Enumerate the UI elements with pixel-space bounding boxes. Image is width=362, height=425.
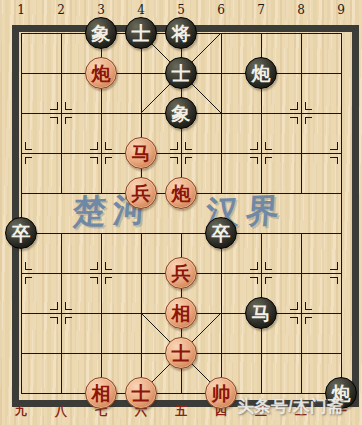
piece-black-elephant[interactable]: 象 <box>85 17 117 49</box>
watermark: 头条号/木门斋 <box>237 395 344 418</box>
piece-red-soldier[interactable]: 兵 <box>165 257 197 289</box>
piece-red-elephant[interactable]: 相 <box>85 377 117 409</box>
piece-red-cannon[interactable]: 炮 <box>85 57 117 89</box>
piece-black-soldier[interactable]: 卒 <box>205 217 237 249</box>
pieces-layer: 象士将炮士炮象马兵炮卒卒兵相马士相士帅炮 <box>1 13 361 413</box>
piece-black-elephant[interactable]: 象 <box>165 97 197 129</box>
piece-red-advisor[interactable]: 士 <box>125 377 157 409</box>
piece-black-advisor[interactable]: 士 <box>125 17 157 49</box>
piece-black-general[interactable]: 将 <box>165 17 197 49</box>
piece-red-elephant[interactable]: 相 <box>165 297 197 329</box>
piece-red-cannon[interactable]: 炮 <box>165 177 197 209</box>
xiangqi-screenshot: { "game": "xiangqi", "position": { "form… <box>0 0 362 425</box>
piece-red-general[interactable]: 帅 <box>205 377 237 409</box>
piece-black-advisor[interactable]: 士 <box>165 57 197 89</box>
piece-red-horse[interactable]: 马 <box>125 137 157 169</box>
piece-black-cannon[interactable]: 炮 <box>245 57 277 89</box>
piece-black-soldier[interactable]: 卒 <box>5 217 37 249</box>
piece-red-soldier[interactable]: 兵 <box>125 177 157 209</box>
piece-red-advisor[interactable]: 士 <box>165 337 197 369</box>
piece-black-horse[interactable]: 马 <box>245 297 277 329</box>
